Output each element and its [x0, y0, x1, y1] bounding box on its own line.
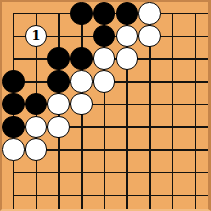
stone-white [70, 70, 93, 93]
stone-black [70, 2, 93, 25]
go-board: 1 [0, 0, 211, 211]
stone-white [25, 138, 48, 161]
stone-white [2, 138, 25, 161]
stone-black [93, 2, 116, 25]
stone-white [138, 25, 161, 48]
stone-black [70, 47, 93, 70]
stone-black [116, 2, 139, 25]
stone-black [47, 70, 70, 93]
stone-white [70, 93, 93, 116]
stone-white [138, 2, 161, 25]
stone-white [116, 47, 139, 70]
stone-black [2, 93, 25, 116]
stone-black [2, 70, 25, 93]
stone-white [93, 70, 116, 93]
stone-black [47, 47, 70, 70]
stone-white [47, 116, 70, 139]
stone-black [2, 116, 25, 139]
